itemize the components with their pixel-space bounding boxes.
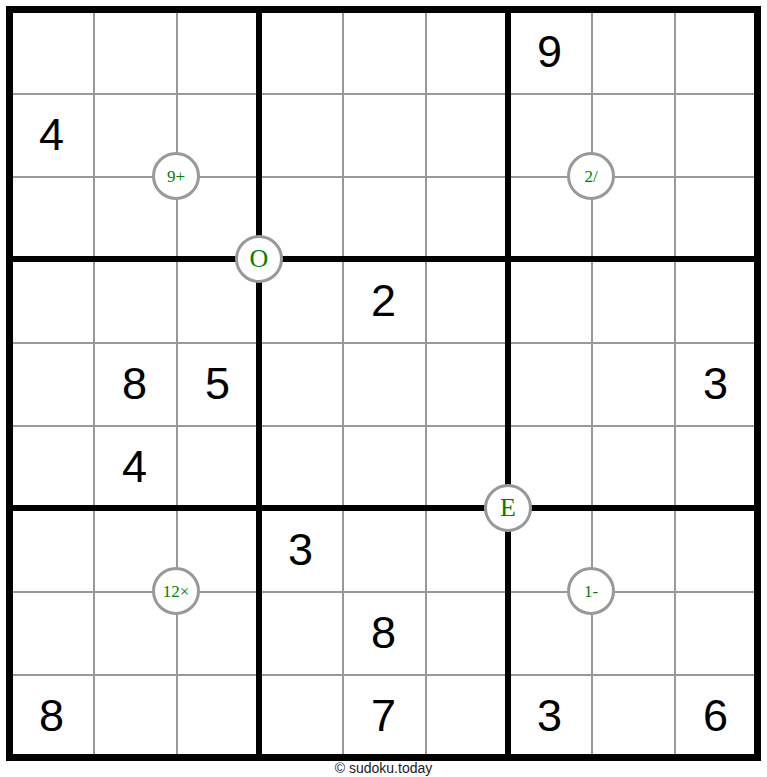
mathrax-circle-r2c2: 9+ <box>152 152 200 200</box>
mathrax-circle-r3c3: O <box>235 235 283 283</box>
sudoku-board: 9428534388736 9+2/OE12×1- <box>10 10 757 757</box>
mathrax-circles: 9+2/OE12×1- <box>10 10 757 757</box>
mathrax-circle-r7c2: 12× <box>152 567 200 615</box>
mathrax-sudoku-page: 9428534388736 9+2/OE12×1- © sudoku.today <box>0 0 767 777</box>
mathrax-circle-r2c7: 2/ <box>567 152 615 200</box>
mathrax-circle-r7c7: 1- <box>567 567 615 615</box>
mathrax-circle-r6c6: E <box>484 484 532 532</box>
copyright-caption: © sudoku.today <box>0 760 767 776</box>
